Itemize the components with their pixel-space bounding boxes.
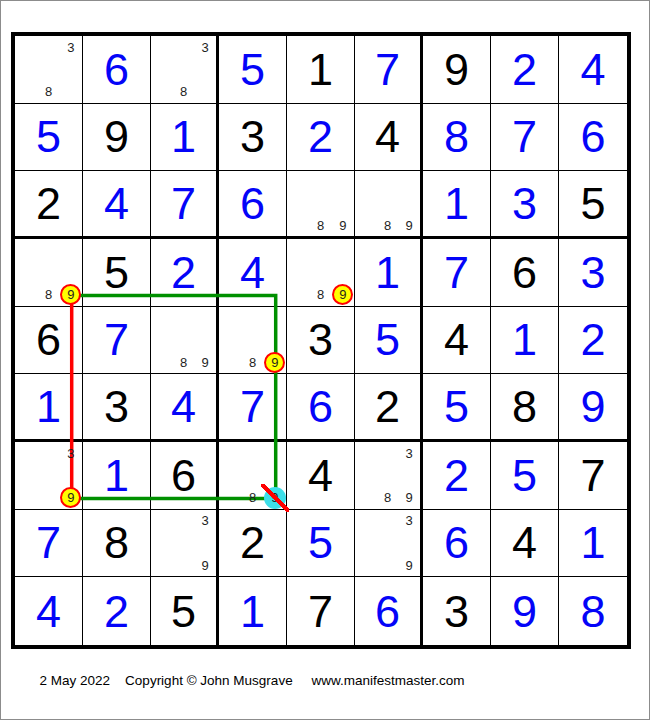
pencil-marks: 389 (355, 442, 420, 509)
cell-r1c3[interactable]: 38 (151, 36, 219, 104)
cell-r2c8[interactable]: 7 (491, 104, 559, 172)
pencil-mark: 9 (398, 554, 420, 576)
cell-value: 4 (559, 36, 627, 103)
cell-r5c8[interactable]: 1 (491, 307, 559, 375)
cell-value: 3 (219, 104, 286, 171)
cell-value: 1 (423, 171, 490, 236)
cell-r6c6[interactable]: 2 (355, 374, 423, 442)
highlighted-candidate: 9 (60, 487, 81, 508)
pencil-mark: 3 (398, 442, 420, 464)
cell-value: 7 (83, 307, 150, 374)
cell-value: 2 (355, 374, 420, 439)
cell-value: 4 (151, 374, 216, 439)
cell-value: 7 (15, 510, 82, 577)
pencil-marks: 39 (15, 442, 82, 509)
cell-r5c6[interactable]: 5 (355, 307, 423, 375)
cell-value: 9 (83, 104, 150, 171)
cell-r8c7[interactable]: 6 (423, 510, 491, 578)
cell-value: 6 (423, 510, 490, 577)
cell-r8c2[interactable]: 8 (83, 510, 151, 578)
cell-r3c2[interactable]: 4 (83, 171, 151, 239)
pencil-mark: 3 (194, 36, 216, 58)
pencil-mark: 3 (194, 510, 216, 532)
pencil-mark: 9 (194, 351, 216, 373)
cell-r7c1[interactable]: 39 (15, 442, 83, 510)
cell-value: 8 (559, 577, 627, 645)
cell-r9c3[interactable]: 5 (151, 577, 219, 645)
pencil-marks: 89 (287, 171, 354, 236)
cell-value: 3 (83, 374, 150, 439)
cell-r1c4[interactable]: 5 (219, 36, 287, 104)
pencil-marks: 89 (219, 442, 286, 509)
cell-value: 1 (287, 36, 354, 103)
cell-value: 7 (491, 104, 558, 171)
cell-r1c7[interactable]: 9 (423, 36, 491, 104)
cell-value: 4 (355, 104, 420, 171)
cell-r4c1[interactable]: 89 (15, 239, 83, 307)
cell-value: 7 (559, 442, 627, 509)
cell-value: 5 (219, 36, 286, 103)
cell-value: 2 (559, 307, 627, 374)
cell-value: 5 (491, 442, 558, 509)
cell-value: 7 (355, 36, 420, 103)
cell-r8c5[interactable]: 5 (287, 510, 355, 578)
pencil-mark: 8 (37, 283, 59, 305)
cell-value: 6 (355, 577, 420, 645)
cell-value: 1 (355, 239, 420, 306)
cell-r5c9[interactable]: 2 (559, 307, 627, 375)
cell-value: 2 (83, 577, 150, 645)
cell-value: 6 (287, 374, 354, 439)
cell-r8c4[interactable]: 2 (219, 510, 287, 578)
cell-value: 8 (491, 374, 558, 439)
pencil-marks: 38 (15, 36, 82, 103)
pencil-marks: 38 (151, 36, 216, 103)
pencil-marks: 89 (151, 307, 216, 374)
highlighted-candidate: 9 (264, 487, 286, 509)
cell-r5c3[interactable]: 89 (151, 307, 219, 375)
pencil-marks: 39 (355, 510, 420, 577)
page: 3863851792459132487624768989135895248917… (0, 0, 650, 720)
cell-r4c4[interactable]: 4 (219, 239, 287, 307)
cell-r7c5[interactable]: 4 (287, 442, 355, 510)
cell-value: 5 (559, 171, 627, 236)
cell-r7c4[interactable]: 89 (219, 442, 287, 510)
pencil-mark: 8 (309, 214, 331, 236)
cell-value: 6 (151, 442, 216, 509)
cell-r1c5[interactable]: 1 (287, 36, 355, 104)
cell-r9c5[interactable]: 7 (287, 577, 355, 645)
cell-r1c2[interactable]: 6 (83, 36, 151, 104)
highlighted-candidate: 9 (264, 352, 285, 373)
cell-value: 3 (423, 577, 490, 645)
cell-value: 1 (219, 577, 286, 645)
cell-value: 3 (287, 307, 354, 374)
cell-r4c5[interactable]: 89 (287, 239, 355, 307)
cell-r9c9[interactable]: 8 (559, 577, 627, 645)
cell-r4c7[interactable]: 7 (423, 239, 491, 307)
highlighted-candidate: 9 (60, 284, 81, 305)
pencil-mark: 9 (332, 214, 354, 236)
cell-r8c1[interactable]: 7 (15, 510, 83, 578)
cell-r8c8[interactable]: 4 (491, 510, 559, 578)
cell-value: 8 (423, 104, 490, 171)
cell-r9c2[interactable]: 2 (83, 577, 151, 645)
cell-r3c9[interactable]: 5 (559, 171, 627, 239)
pencil-mark: 8 (241, 351, 263, 373)
cell-r4c3[interactable]: 2 (151, 239, 219, 307)
cell-r6c8[interactable]: 8 (491, 374, 559, 442)
cell-r4c8[interactable]: 6 (491, 239, 559, 307)
sudoku-grid: 3863851792459132487624768989135895248917… (15, 36, 627, 645)
pencil-marks: 39 (151, 510, 216, 577)
cell-r7c6[interactable]: 389 (355, 442, 423, 510)
cell-r9c7[interactable]: 3 (423, 577, 491, 645)
cell-value: 3 (559, 239, 627, 306)
pencil-mark: 8 (37, 80, 59, 102)
cell-r8c6[interactable]: 39 (355, 510, 423, 578)
cell-r2c9[interactable]: 6 (559, 104, 627, 172)
cell-value: 1 (151, 104, 216, 171)
cell-r2c2[interactable]: 9 (83, 104, 151, 172)
cell-r3c3[interactable]: 7 (151, 171, 219, 239)
cell-r5c1[interactable]: 6 (15, 307, 83, 375)
cell-r7c3[interactable]: 6 (151, 442, 219, 510)
cell-r2c4[interactable]: 3 (219, 104, 287, 172)
cell-r3c8[interactable]: 3 (491, 171, 559, 239)
pencil-mark: 3 (398, 510, 420, 532)
pencil-marks: 89 (355, 171, 420, 236)
cell-r6c4[interactable]: 7 (219, 374, 287, 442)
cell-value: 4 (15, 577, 82, 645)
cell-r5c7[interactable]: 4 (423, 307, 491, 375)
cell-r6c3[interactable]: 4 (151, 374, 219, 442)
cell-value: 5 (151, 577, 216, 645)
pencil-marks: 89 (219, 307, 286, 374)
cell-value: 9 (491, 577, 558, 645)
cell-value: 7 (151, 171, 216, 236)
cell-value: 6 (15, 307, 82, 374)
pencil-mark: 8 (173, 80, 195, 102)
cell-r1c8[interactable]: 2 (491, 36, 559, 104)
cell-value: 1 (559, 510, 627, 577)
cell-r1c6[interactable]: 7 (355, 36, 423, 104)
cell-value: 5 (287, 510, 354, 577)
cell-r3c6[interactable]: 89 (355, 171, 423, 239)
cell-value: 7 (423, 239, 490, 306)
cell-r8c3[interactable]: 39 (151, 510, 219, 578)
cell-r1c9[interactable]: 4 (559, 36, 627, 104)
pencil-mark: 3 (60, 442, 82, 464)
cell-value: 6 (219, 171, 286, 236)
cell-r3c1[interactable]: 2 (15, 171, 83, 239)
cell-r9c8[interactable]: 9 (491, 577, 559, 645)
cell-r5c2[interactable]: 7 (83, 307, 151, 375)
cell-value: 2 (491, 36, 558, 103)
highlighted-candidate: 9 (332, 284, 353, 305)
cell-r7c2[interactable]: 1 (83, 442, 151, 510)
cell-value: 4 (423, 307, 490, 374)
cell-r2c3[interactable]: 1 (151, 104, 219, 172)
cell-r7c9[interactable]: 7 (559, 442, 627, 510)
cell-r9c4[interactable]: 1 (219, 577, 287, 645)
pencil-mark: 9 (398, 214, 420, 236)
cell-r7c8[interactable]: 5 (491, 442, 559, 510)
cell-value: 1 (15, 374, 82, 439)
cell-r9c6[interactable]: 6 (355, 577, 423, 645)
cell-r4c9[interactable]: 3 (559, 239, 627, 307)
cell-r6c1[interactable]: 1 (15, 374, 83, 442)
cell-r3c4[interactable]: 6 (219, 171, 287, 239)
cell-value: 4 (491, 510, 558, 577)
cell-value: 9 (423, 36, 490, 103)
cell-r8c9[interactable]: 1 (559, 510, 627, 578)
cell-r1c1[interactable]: 38 (15, 36, 83, 104)
cell-r3c5[interactable]: 89 (287, 171, 355, 239)
cell-r2c7[interactable]: 8 (423, 104, 491, 172)
footer-caption: 2 May 2022 Copyright © John Musgrave www… (1, 673, 503, 688)
sudoku-board: 3863851792459132487624768989135895248917… (11, 32, 631, 649)
cell-value: 3 (491, 171, 558, 236)
cell-value: 4 (287, 442, 354, 509)
cell-r2c6[interactable]: 4 (355, 104, 423, 172)
cell-value: 1 (83, 442, 150, 509)
cell-r9c1[interactable]: 4 (15, 577, 83, 645)
pencil-mark: 9 (194, 554, 216, 576)
cell-value: 2 (423, 442, 490, 509)
cell-r4c2[interactable]: 5 (83, 239, 151, 307)
cell-value: 7 (287, 577, 354, 645)
cell-r6c5[interactable]: 6 (287, 374, 355, 442)
cell-value: 2 (151, 239, 216, 306)
cell-r4c6[interactable]: 1 (355, 239, 423, 307)
cell-r6c9[interactable]: 9 (559, 374, 627, 442)
pencil-marks: 89 (15, 239, 82, 306)
pencil-mark: 8 (377, 486, 399, 508)
cell-value: 5 (83, 239, 150, 306)
cell-value: 2 (219, 510, 286, 577)
cell-r5c4[interactable]: 89 (219, 307, 287, 375)
cell-value: 6 (83, 36, 150, 103)
cell-value: 4 (83, 171, 150, 236)
cell-value: 7 (219, 374, 286, 439)
cell-value: 8 (83, 510, 150, 577)
cell-r6c7[interactable]: 5 (423, 374, 491, 442)
pencil-mark: 8 (309, 283, 331, 305)
cell-value: 5 (355, 307, 420, 374)
cell-r7c7[interactable]: 2 (423, 442, 491, 510)
cell-value: 6 (491, 239, 558, 306)
pencil-mark: 9 (398, 486, 420, 508)
cell-value: 6 (559, 104, 627, 171)
pencil-mark: 8 (173, 351, 195, 373)
pencil-marks: 89 (287, 239, 354, 306)
cell-r2c1[interactable]: 5 (15, 104, 83, 172)
cell-value: 5 (423, 374, 490, 439)
cell-value: 2 (15, 171, 82, 236)
cell-value: 1 (491, 307, 558, 374)
cell-value: 4 (219, 239, 286, 306)
cell-value: 2 (287, 104, 354, 171)
pencil-mark: 8 (377, 214, 399, 236)
cell-r2c5[interactable]: 2 (287, 104, 355, 172)
cell-value: 5 (15, 104, 82, 171)
cell-r6c2[interactable]: 3 (83, 374, 151, 442)
cell-r3c7[interactable]: 1 (423, 171, 491, 239)
pencil-mark: 3 (60, 36, 82, 58)
cell-value: 9 (559, 374, 627, 439)
cell-r5c5[interactable]: 3 (287, 307, 355, 375)
